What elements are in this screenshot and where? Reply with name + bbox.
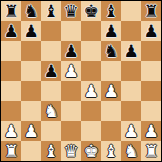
white-rook: ♜ xyxy=(3,141,18,161)
square-a8[interactable]: ♜ xyxy=(1,1,21,21)
black-bishop: ♝ xyxy=(103,1,118,21)
white-bishop: ♝ xyxy=(103,141,118,161)
square-d3[interactable] xyxy=(61,101,81,121)
white-bishop: ♝ xyxy=(43,141,58,161)
square-c5[interactable]: ♟ xyxy=(41,61,61,81)
black-pawn: ♟ xyxy=(103,21,118,41)
square-e8[interactable]: ♚ xyxy=(81,1,101,21)
black-knight: ♞ xyxy=(23,1,38,21)
white-pawn: ♟ xyxy=(63,61,78,81)
square-e6[interactable] xyxy=(81,41,101,61)
white-knight: ♞ xyxy=(123,141,138,161)
square-e4[interactable]: ♟ xyxy=(81,81,101,101)
square-f1[interactable]: ♝ xyxy=(101,141,121,161)
white-pawn: ♟ xyxy=(3,121,18,141)
black-pawn: ♟ xyxy=(3,21,18,41)
square-e7[interactable] xyxy=(81,21,101,41)
square-b1[interactable] xyxy=(21,141,41,161)
square-b8[interactable]: ♞ xyxy=(21,1,41,21)
square-c6[interactable] xyxy=(41,41,61,61)
square-h3[interactable] xyxy=(141,101,161,121)
black-king: ♚ xyxy=(83,1,98,21)
white-pawn: ♟ xyxy=(143,121,158,141)
white-knight: ♞ xyxy=(43,101,58,121)
black-rook: ♜ xyxy=(3,1,18,21)
square-f5[interactable] xyxy=(101,61,121,81)
square-b4[interactable] xyxy=(21,81,41,101)
black-pawn: ♟ xyxy=(123,41,138,61)
square-c7[interactable] xyxy=(41,21,61,41)
square-f3[interactable] xyxy=(101,101,121,121)
square-c1[interactable]: ♝ xyxy=(41,141,61,161)
square-a1[interactable]: ♜ xyxy=(1,141,21,161)
black-knight: ♞ xyxy=(103,41,118,61)
square-g2[interactable]: ♟ xyxy=(121,121,141,141)
square-a5[interactable] xyxy=(1,61,21,81)
square-c3[interactable]: ♞ xyxy=(41,101,61,121)
white-queen: ♛ xyxy=(63,141,78,161)
square-a4[interactable] xyxy=(1,81,21,101)
white-pawn: ♟ xyxy=(103,81,118,101)
square-h7[interactable]: ♟ xyxy=(141,21,161,41)
square-d5[interactable]: ♟ xyxy=(61,61,81,81)
square-a3[interactable] xyxy=(1,101,21,121)
square-e2[interactable] xyxy=(81,121,101,141)
square-f2[interactable] xyxy=(101,121,121,141)
square-h5[interactable] xyxy=(141,61,161,81)
chess-board: ♜♞♝♛♚♝♜♟♟♟♟♟♞♟♟♟♟♟♞♟♟♟♟♜♝♛♚♝♞♜ xyxy=(0,0,162,162)
square-b2[interactable]: ♟ xyxy=(21,121,41,141)
square-g6[interactable]: ♟ xyxy=(121,41,141,61)
square-a2[interactable]: ♟ xyxy=(1,121,21,141)
square-f6[interactable]: ♞ xyxy=(101,41,121,61)
black-bishop: ♝ xyxy=(43,1,58,21)
square-g7[interactable] xyxy=(121,21,141,41)
black-rook: ♜ xyxy=(143,1,158,21)
square-e3[interactable] xyxy=(81,101,101,121)
white-king: ♚ xyxy=(83,141,98,161)
square-b3[interactable] xyxy=(21,101,41,121)
black-pawn: ♟ xyxy=(143,21,158,41)
square-d7[interactable] xyxy=(61,21,81,41)
square-h8[interactable]: ♜ xyxy=(141,1,161,21)
square-d4[interactable] xyxy=(61,81,81,101)
white-pawn: ♟ xyxy=(83,81,98,101)
square-e5[interactable] xyxy=(81,61,101,81)
square-d1[interactable]: ♛ xyxy=(61,141,81,161)
square-h2[interactable]: ♟ xyxy=(141,121,161,141)
black-pawn: ♟ xyxy=(23,21,38,41)
white-rook: ♜ xyxy=(143,141,158,161)
square-b7[interactable]: ♟ xyxy=(21,21,41,41)
square-g8[interactable] xyxy=(121,1,141,21)
square-f4[interactable]: ♟ xyxy=(101,81,121,101)
square-c8[interactable]: ♝ xyxy=(41,1,61,21)
square-h6[interactable] xyxy=(141,41,161,61)
black-pawn: ♟ xyxy=(63,41,78,61)
square-c4[interactable] xyxy=(41,81,61,101)
white-pawn: ♟ xyxy=(123,121,138,141)
square-d2[interactable] xyxy=(61,121,81,141)
square-c2[interactable] xyxy=(41,121,61,141)
white-pawn: ♟ xyxy=(23,121,38,141)
square-b5[interactable] xyxy=(21,61,41,81)
square-a6[interactable] xyxy=(1,41,21,61)
square-b6[interactable] xyxy=(21,41,41,61)
black-pawn: ♟ xyxy=(43,61,58,81)
square-d6[interactable]: ♟ xyxy=(61,41,81,61)
square-g5[interactable] xyxy=(121,61,141,81)
square-h1[interactable]: ♜ xyxy=(141,141,161,161)
black-queen: ♛ xyxy=(63,1,78,21)
square-g3[interactable] xyxy=(121,101,141,121)
square-h4[interactable] xyxy=(141,81,161,101)
square-d8[interactable]: ♛ xyxy=(61,1,81,21)
square-g4[interactable] xyxy=(121,81,141,101)
square-e1[interactable]: ♚ xyxy=(81,141,101,161)
square-a7[interactable]: ♟ xyxy=(1,21,21,41)
square-f7[interactable]: ♟ xyxy=(101,21,121,41)
square-g1[interactable]: ♞ xyxy=(121,141,141,161)
square-f8[interactable]: ♝ xyxy=(101,1,121,21)
